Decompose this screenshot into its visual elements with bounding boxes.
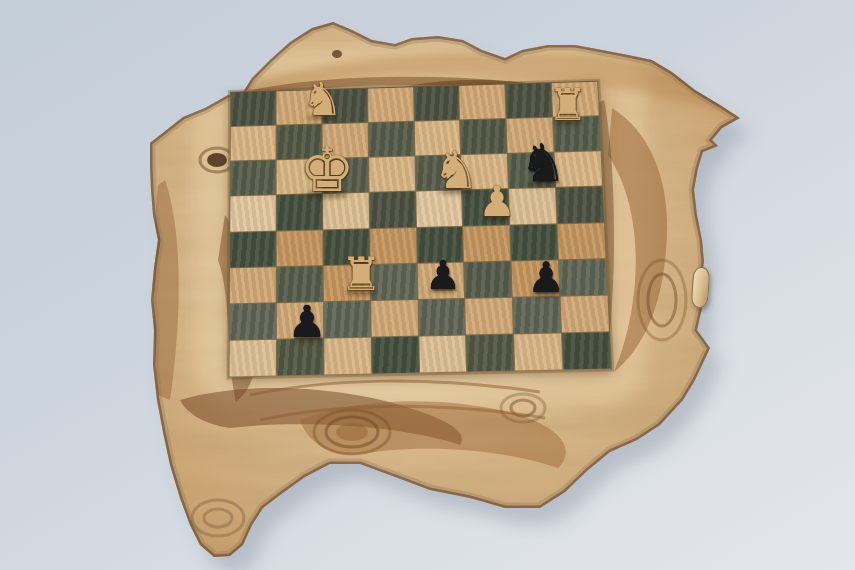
piece-black-pawn-b2[interactable]: ♟	[287, 300, 326, 344]
square-e2[interactable]	[418, 299, 465, 336]
square-g5[interactable]	[509, 188, 556, 224]
square-d1[interactable]	[371, 336, 418, 373]
square-a2[interactable]	[230, 303, 276, 340]
square-h3[interactable]	[559, 259, 607, 296]
square-e8[interactable]	[414, 86, 460, 121]
piece-white-rook-c3[interactable]: ♜	[340, 251, 381, 297]
square-f4[interactable]	[463, 225, 510, 261]
square-c1[interactable]	[324, 338, 371, 375]
square-d6[interactable]	[369, 157, 415, 192]
square-d2[interactable]	[371, 300, 418, 337]
square-d5[interactable]	[369, 192, 415, 228]
square-a8[interactable]	[231, 91, 276, 126]
square-b4[interactable]	[277, 230, 323, 266]
piece-black-knight-g6[interactable]: ♞	[520, 137, 567, 189]
square-a1[interactable]	[230, 340, 276, 377]
piece-black-pawn-g3[interactable]: ♟	[527, 257, 565, 299]
square-h1[interactable]	[562, 332, 611, 369]
square-f2[interactable]	[465, 298, 513, 335]
square-f1[interactable]	[466, 334, 514, 371]
square-g1[interactable]	[514, 333, 562, 370]
square-g8[interactable]	[506, 83, 553, 118]
square-a7[interactable]	[231, 126, 276, 161]
square-f8[interactable]	[460, 85, 506, 120]
square-a4[interactable]	[230, 231, 276, 267]
piece-white-king-b6[interactable]: ♚	[299, 139, 355, 201]
square-a5[interactable]	[230, 196, 275, 232]
piece-white-pawn-f5[interactable]: ♟	[478, 181, 516, 223]
square-h4[interactable]	[558, 223, 606, 259]
square-a3[interactable]	[230, 267, 276, 303]
piece-white-knight-e6[interactable]: ♞	[433, 144, 480, 196]
square-g2[interactable]	[513, 296, 561, 333]
piece-white-knight-b8[interactable]: ♞	[301, 76, 342, 122]
square-a6[interactable]	[230, 161, 275, 196]
piece-white-rook-h8[interactable]: ♜	[548, 83, 587, 127]
piece-black-pawn-e3[interactable]: ♟	[425, 255, 461, 295]
square-f3[interactable]	[464, 261, 511, 297]
photo-scene: ♞♜♚♞♞♟♜♟♟♟	[0, 0, 855, 570]
square-h2[interactable]	[561, 295, 610, 332]
square-c2[interactable]	[324, 301, 371, 338]
square-d7[interactable]	[368, 122, 414, 157]
square-d8[interactable]	[368, 87, 414, 122]
square-e1[interactable]	[419, 335, 467, 372]
